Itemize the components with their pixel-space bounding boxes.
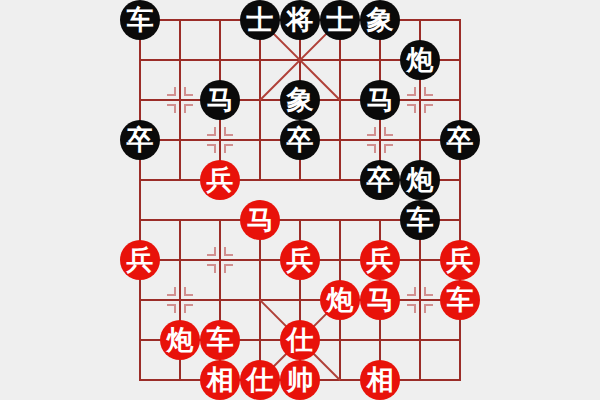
piece-black-soldier[interactable]: 卒 — [120, 120, 160, 160]
position-marker — [224, 264, 233, 273]
piece-red-soldier[interactable]: 兵 — [440, 240, 480, 280]
piece-red-soldier[interactable]: 兵 — [200, 160, 240, 200]
position-marker — [384, 127, 393, 136]
piece-red-elephant[interactable]: 相 — [200, 360, 240, 400]
piece-black-elephant[interactable]: 象 — [280, 80, 320, 120]
piece-red-chariot[interactable]: 车 — [440, 280, 480, 320]
board-cell — [419, 339, 459, 379]
position-marker — [167, 304, 176, 313]
piece-red-cannon[interactable]: 炮 — [160, 320, 200, 360]
position-marker — [424, 287, 433, 296]
piece-black-advisor[interactable]: 士 — [320, 0, 360, 40]
position-marker — [184, 104, 193, 113]
piece-red-soldier[interactable]: 兵 — [360, 240, 400, 280]
piece-black-general[interactable]: 将 — [280, 0, 320, 40]
piece-red-horse[interactable]: 马 — [240, 200, 280, 240]
piece-red-general[interactable]: 帅 — [280, 360, 320, 400]
piece-black-soldier[interactable]: 卒 — [280, 120, 320, 160]
piece-red-soldier[interactable]: 兵 — [120, 240, 160, 280]
piece-red-advisor[interactable]: 仕 — [240, 360, 280, 400]
position-marker — [207, 264, 216, 273]
piece-black-chariot[interactable]: 车 — [120, 0, 160, 40]
position-marker — [224, 144, 233, 153]
piece-black-soldier[interactable]: 卒 — [440, 120, 480, 160]
position-marker — [207, 247, 216, 256]
position-marker — [184, 87, 193, 96]
position-marker — [407, 287, 416, 296]
piece-black-horse[interactable]: 马 — [360, 80, 400, 120]
position-marker — [224, 127, 233, 136]
position-marker — [184, 304, 193, 313]
piece-black-horse[interactable]: 马 — [200, 80, 240, 120]
piece-black-advisor[interactable]: 士 — [240, 0, 280, 40]
position-marker — [424, 87, 433, 96]
position-marker — [424, 304, 433, 313]
piece-red-advisor[interactable]: 仕 — [280, 320, 320, 360]
piece-black-chariot[interactable]: 车 — [400, 200, 440, 240]
position-marker — [407, 87, 416, 96]
position-marker — [407, 104, 416, 113]
position-marker — [207, 144, 216, 153]
position-marker — [167, 287, 176, 296]
piece-red-soldier[interactable]: 兵 — [280, 240, 320, 280]
position-marker — [367, 144, 376, 153]
position-marker — [184, 287, 193, 296]
piece-black-soldier[interactable]: 卒 — [360, 160, 400, 200]
position-marker — [384, 144, 393, 153]
xiangqi-board: 车士将士象炮马象马卒卒卒兵卒炮马车兵兵兵兵炮马车炮车仕相仕帅相 — [0, 0, 600, 400]
piece-black-cannon[interactable]: 炮 — [400, 40, 440, 80]
board-cell — [139, 179, 179, 219]
piece-red-elephant[interactable]: 相 — [360, 360, 400, 400]
position-marker — [167, 87, 176, 96]
piece-black-cannon[interactable]: 炮 — [400, 160, 440, 200]
piece-red-chariot[interactable]: 车 — [200, 320, 240, 360]
board-cell — [299, 179, 339, 219]
position-marker — [224, 247, 233, 256]
piece-black-elephant[interactable]: 象 — [360, 0, 400, 40]
position-marker — [424, 104, 433, 113]
piece-red-horse[interactable]: 马 — [360, 280, 400, 320]
position-marker — [407, 304, 416, 313]
position-marker — [207, 127, 216, 136]
piece-red-cannon[interactable]: 炮 — [320, 280, 360, 320]
board-cell — [179, 19, 219, 59]
position-marker — [167, 104, 176, 113]
position-marker — [367, 127, 376, 136]
